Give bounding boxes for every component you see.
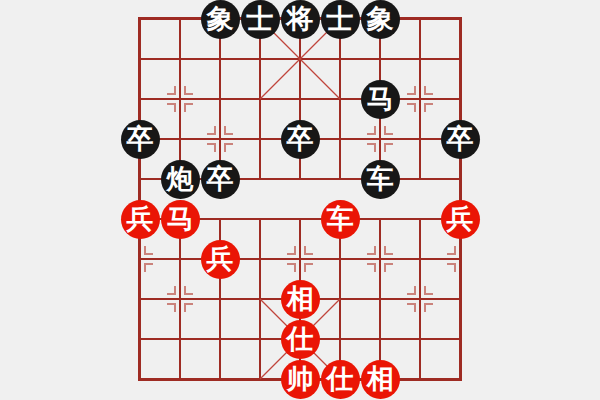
black-pawn-piece[interactable]: 卒 — [201, 160, 240, 199]
black-pawn-piece[interactable]: 卒 — [281, 120, 320, 159]
black-horse-piece[interactable]: 马 — [361, 80, 400, 119]
black-elephant-piece[interactable]: 象 — [201, 0, 240, 39]
red-elephant-piece[interactable]: 相 — [361, 360, 400, 399]
red-advisor-piece[interactable]: 仕 — [281, 320, 320, 359]
black-advisor-piece[interactable]: 士 — [241, 0, 280, 39]
black-pawn-piece[interactable]: 卒 — [441, 120, 480, 159]
red-pawn-piece[interactable]: 兵 — [201, 240, 240, 279]
red-general-piece[interactable]: 帅 — [281, 360, 320, 399]
xiangqi-board-screen: 象士将士象马卒卒卒炮卒车兵马车兵兵相仕帅仕相 — [0, 0, 600, 400]
red-horse-piece[interactable]: 马 — [161, 200, 200, 239]
black-general-piece[interactable]: 将 — [281, 0, 320, 39]
red-pawn-piece[interactable]: 兵 — [441, 200, 480, 239]
xiangqi-board: 象士将士象马卒卒卒炮卒车兵马车兵兵相仕帅仕相 — [120, 0, 480, 399]
red-elephant-piece[interactable]: 相 — [281, 280, 320, 319]
red-chariot-piece[interactable]: 车 — [321, 200, 360, 239]
black-elephant-piece[interactable]: 象 — [361, 0, 400, 39]
black-advisor-piece[interactable]: 士 — [321, 0, 360, 39]
red-pawn-piece[interactable]: 兵 — [121, 200, 160, 239]
black-chariot-piece[interactable]: 车 — [361, 160, 400, 199]
red-advisor-piece[interactable]: 仕 — [321, 360, 360, 399]
black-cannon-piece[interactable]: 炮 — [161, 160, 200, 199]
black-pawn-piece[interactable]: 卒 — [121, 120, 160, 159]
